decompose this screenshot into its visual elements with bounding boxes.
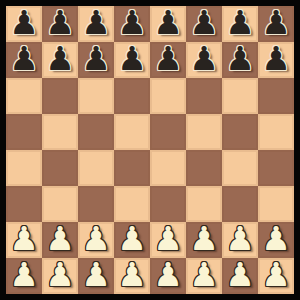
square-g4[interactable] (222, 150, 258, 186)
white-pawn[interactable]: ♟ (153, 257, 183, 293)
square-f4[interactable] (186, 150, 222, 186)
square-g7[interactable]: ♟ (222, 42, 258, 78)
white-pawn[interactable]: ♟ (9, 221, 39, 257)
square-d6[interactable] (114, 78, 150, 114)
square-d4[interactable] (114, 150, 150, 186)
white-pawn[interactable]: ♟ (189, 221, 219, 257)
square-h3[interactable] (258, 186, 294, 222)
black-pawn[interactable]: ♟ (189, 5, 219, 41)
square-b3[interactable] (42, 186, 78, 222)
square-c7[interactable]: ♟ (78, 42, 114, 78)
square-h1[interactable]: ♟ (258, 258, 294, 294)
square-b6[interactable] (42, 78, 78, 114)
square-d7[interactable]: ♟ (114, 42, 150, 78)
black-pawn[interactable]: ♟ (225, 5, 255, 41)
black-pawn[interactable]: ♟ (261, 41, 291, 77)
square-b8[interactable]: ♟ (42, 6, 78, 42)
square-b7[interactable]: ♟ (42, 42, 78, 78)
white-pawn[interactable]: ♟ (189, 257, 219, 293)
square-a7[interactable]: ♟ (6, 42, 42, 78)
white-pawn[interactable]: ♟ (261, 257, 291, 293)
square-c4[interactable] (78, 150, 114, 186)
square-h4[interactable] (258, 150, 294, 186)
white-pawn[interactable]: ♟ (117, 221, 147, 257)
square-e7[interactable]: ♟ (150, 42, 186, 78)
square-e1[interactable]: ♟ (150, 258, 186, 294)
black-pawn[interactable]: ♟ (45, 41, 75, 77)
square-f3[interactable] (186, 186, 222, 222)
square-d5[interactable] (114, 114, 150, 150)
white-pawn[interactable]: ♟ (9, 257, 39, 293)
white-pawn[interactable]: ♟ (225, 257, 255, 293)
square-g6[interactable] (222, 78, 258, 114)
square-f7[interactable]: ♟ (186, 42, 222, 78)
black-pawn[interactable]: ♟ (189, 41, 219, 77)
square-d2[interactable]: ♟ (114, 222, 150, 258)
white-pawn[interactable]: ♟ (261, 221, 291, 257)
square-c2[interactable]: ♟ (78, 222, 114, 258)
white-pawn[interactable]: ♟ (81, 257, 111, 293)
square-b1[interactable]: ♟ (42, 258, 78, 294)
square-c3[interactable] (78, 186, 114, 222)
square-c6[interactable] (78, 78, 114, 114)
chess-board: ♟♟♟♟♟♟♟♟♟♟♟♟♟♟♟♟♟♟♟♟♟♟♟♟♟♟♟♟♟♟♟♟ (6, 6, 294, 294)
black-pawn[interactable]: ♟ (45, 5, 75, 41)
square-b5[interactable] (42, 114, 78, 150)
white-pawn[interactable]: ♟ (117, 257, 147, 293)
square-c1[interactable]: ♟ (78, 258, 114, 294)
black-pawn[interactable]: ♟ (117, 5, 147, 41)
square-c5[interactable] (78, 114, 114, 150)
square-g1[interactable]: ♟ (222, 258, 258, 294)
square-a3[interactable] (6, 186, 42, 222)
white-pawn[interactable]: ♟ (45, 221, 75, 257)
black-pawn[interactable]: ♟ (9, 5, 39, 41)
square-f1[interactable]: ♟ (186, 258, 222, 294)
square-e2[interactable]: ♟ (150, 222, 186, 258)
square-a5[interactable] (6, 114, 42, 150)
square-f8[interactable]: ♟ (186, 6, 222, 42)
square-d8[interactable]: ♟ (114, 6, 150, 42)
square-g2[interactable]: ♟ (222, 222, 258, 258)
square-h7[interactable]: ♟ (258, 42, 294, 78)
square-d3[interactable] (114, 186, 150, 222)
black-pawn[interactable]: ♟ (225, 41, 255, 77)
black-pawn[interactable]: ♟ (81, 5, 111, 41)
white-pawn[interactable]: ♟ (81, 221, 111, 257)
square-d1[interactable]: ♟ (114, 258, 150, 294)
square-e5[interactable] (150, 114, 186, 150)
square-h5[interactable] (258, 114, 294, 150)
square-c8[interactable]: ♟ (78, 6, 114, 42)
square-a2[interactable]: ♟ (6, 222, 42, 258)
square-h2[interactable]: ♟ (258, 222, 294, 258)
square-a4[interactable] (6, 150, 42, 186)
white-pawn[interactable]: ♟ (225, 221, 255, 257)
square-e4[interactable] (150, 150, 186, 186)
board-frame: ♟♟♟♟♟♟♟♟♟♟♟♟♟♟♟♟♟♟♟♟♟♟♟♟♟♟♟♟♟♟♟♟ (0, 0, 300, 300)
black-pawn[interactable]: ♟ (153, 41, 183, 77)
square-a6[interactable] (6, 78, 42, 114)
square-f6[interactable] (186, 78, 222, 114)
black-pawn[interactable]: ♟ (261, 5, 291, 41)
square-e6[interactable] (150, 78, 186, 114)
square-h6[interactable] (258, 78, 294, 114)
square-h8[interactable]: ♟ (258, 6, 294, 42)
white-pawn[interactable]: ♟ (153, 221, 183, 257)
square-a8[interactable]: ♟ (6, 6, 42, 42)
black-pawn[interactable]: ♟ (81, 41, 111, 77)
black-pawn[interactable]: ♟ (9, 41, 39, 77)
black-pawn[interactable]: ♟ (153, 5, 183, 41)
square-b2[interactable]: ♟ (42, 222, 78, 258)
black-pawn[interactable]: ♟ (117, 41, 147, 77)
square-a1[interactable]: ♟ (6, 258, 42, 294)
square-e3[interactable] (150, 186, 186, 222)
square-f5[interactable] (186, 114, 222, 150)
square-f2[interactable]: ♟ (186, 222, 222, 258)
square-g3[interactable] (222, 186, 258, 222)
square-e8[interactable]: ♟ (150, 6, 186, 42)
square-g5[interactable] (222, 114, 258, 150)
square-g8[interactable]: ♟ (222, 6, 258, 42)
square-b4[interactable] (42, 150, 78, 186)
white-pawn[interactable]: ♟ (45, 257, 75, 293)
